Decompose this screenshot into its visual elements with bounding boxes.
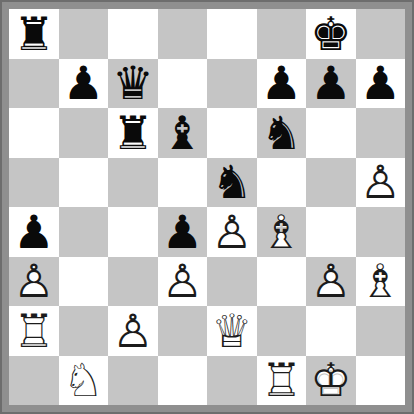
piece-white-knight[interactable]: ♞♘ [59,356,109,406]
square-c6[interactable]: ♜ [108,108,158,158]
square-h4[interactable] [356,207,406,257]
square-b5[interactable] [59,158,109,208]
square-g4[interactable] [306,207,356,257]
piece-black-pawn[interactable]: ♟ [158,207,208,257]
piece-white-pawn[interactable]: ♟♙ [207,207,257,257]
square-g1[interactable]: ♚♔ [306,356,356,406]
square-a3[interactable]: ♟♙ [9,257,59,307]
square-c2[interactable]: ♟♙ [108,306,158,356]
square-e5[interactable]: ♞ [207,158,257,208]
square-f4[interactable]: ♝♗ [257,207,307,257]
piece-white-pawn[interactable]: ♟♙ [356,158,406,208]
square-d4[interactable]: ♟ [158,207,208,257]
square-e7[interactable] [207,59,257,109]
chess-board-frame: ♜♚♟♛♟♟♟♜♝♞♞♟♙♟♟♟♙♝♗♟♙♟♙♟♙♝♗♜♖♟♙♛♕♞♘♜♖♚♔ [0,0,414,414]
square-h7[interactable]: ♟ [356,59,406,109]
piece-white-pawn[interactable]: ♟♙ [108,306,158,356]
square-b1[interactable]: ♞♘ [59,356,109,406]
piece-black-knight[interactable]: ♞ [207,158,257,208]
square-c5[interactable] [108,158,158,208]
piece-white-queen[interactable]: ♛♕ [207,306,257,356]
piece-glyph-outline: ♗ [356,257,406,307]
square-g7[interactable]: ♟ [306,59,356,109]
piece-glyph-outline: ♘ [59,356,109,406]
piece-glyph-outline: ♗ [257,207,307,257]
piece-glyph-outline: ♔ [306,356,356,406]
piece-glyph-outline: ♖ [257,356,307,406]
square-h6[interactable] [356,108,406,158]
piece-black-rook[interactable]: ♜ [108,108,158,158]
piece-black-knight[interactable]: ♞ [257,108,307,158]
piece-black-bishop[interactable]: ♝ [158,108,208,158]
square-f2[interactable] [257,306,307,356]
square-h8[interactable] [356,9,406,59]
square-h3[interactable]: ♝♗ [356,257,406,307]
square-h5[interactable]: ♟♙ [356,158,406,208]
square-g3[interactable]: ♟♙ [306,257,356,307]
piece-white-bishop[interactable]: ♝♗ [257,207,307,257]
piece-white-pawn[interactable]: ♟♙ [306,257,356,307]
square-d2[interactable] [158,306,208,356]
piece-glyph-outline: ♙ [356,158,406,208]
square-g5[interactable] [306,158,356,208]
piece-black-pawn[interactable]: ♟ [59,59,109,109]
square-f3[interactable] [257,257,307,307]
square-c1[interactable] [108,356,158,406]
piece-white-pawn[interactable]: ♟♙ [158,257,208,307]
square-a8[interactable]: ♜ [9,9,59,59]
square-d5[interactable] [158,158,208,208]
piece-black-pawn[interactable]: ♟ [306,59,356,109]
square-c4[interactable] [108,207,158,257]
square-g6[interactable] [306,108,356,158]
square-h1[interactable] [356,356,406,406]
square-f7[interactable]: ♟ [257,59,307,109]
square-b7[interactable]: ♟ [59,59,109,109]
square-d7[interactable] [158,59,208,109]
piece-white-king[interactable]: ♚♔ [306,356,356,406]
square-d1[interactable] [158,356,208,406]
piece-glyph-outline: ♕ [207,306,257,356]
piece-glyph-outline: ♙ [158,257,208,307]
square-a7[interactable] [9,59,59,109]
piece-white-rook[interactable]: ♜♖ [9,306,59,356]
square-a6[interactable] [9,108,59,158]
square-c8[interactable] [108,9,158,59]
square-b4[interactable] [59,207,109,257]
piece-glyph-outline: ♖ [9,306,59,356]
piece-glyph-outline: ♙ [108,306,158,356]
piece-black-queen[interactable]: ♛ [108,59,158,109]
piece-black-pawn[interactable]: ♟ [257,59,307,109]
square-c3[interactable] [108,257,158,307]
square-a5[interactable] [9,158,59,208]
square-a2[interactable]: ♜♖ [9,306,59,356]
square-b6[interactable] [59,108,109,158]
square-f8[interactable] [257,9,307,59]
square-h2[interactable] [356,306,406,356]
square-b3[interactable] [59,257,109,307]
piece-black-rook[interactable]: ♜ [9,9,59,59]
square-f5[interactable] [257,158,307,208]
chess-board: ♜♚♟♛♟♟♟♜♝♞♞♟♙♟♟♟♙♝♗♟♙♟♙♟♙♝♗♜♖♟♙♛♕♞♘♜♖♚♔ [9,9,405,405]
piece-black-pawn[interactable]: ♟ [9,207,59,257]
piece-glyph-outline: ♙ [207,207,257,257]
square-d6[interactable]: ♝ [158,108,208,158]
square-f1[interactable]: ♜♖ [257,356,307,406]
square-c7[interactable]: ♛ [108,59,158,109]
piece-white-bishop[interactable]: ♝♗ [356,257,406,307]
piece-black-pawn[interactable]: ♟ [356,59,406,109]
square-e4[interactable]: ♟♙ [207,207,257,257]
square-g2[interactable] [306,306,356,356]
square-g8[interactable]: ♚ [306,9,356,59]
square-f6[interactable]: ♞ [257,108,307,158]
piece-glyph-outline: ♙ [306,257,356,307]
square-b2[interactable] [59,306,109,356]
square-e2[interactable]: ♛♕ [207,306,257,356]
square-e3[interactable] [207,257,257,307]
square-e1[interactable] [207,356,257,406]
square-d8[interactable] [158,9,208,59]
square-a1[interactable] [9,356,59,406]
piece-black-king[interactable]: ♚ [306,9,356,59]
piece-white-rook[interactable]: ♜♖ [257,356,307,406]
square-e6[interactable] [207,108,257,158]
piece-white-pawn[interactable]: ♟♙ [9,257,59,307]
square-e8[interactable] [207,9,257,59]
piece-glyph-outline: ♙ [9,257,59,307]
square-a4[interactable]: ♟ [9,207,59,257]
square-d3[interactable]: ♟♙ [158,257,208,307]
square-b8[interactable] [59,9,109,59]
